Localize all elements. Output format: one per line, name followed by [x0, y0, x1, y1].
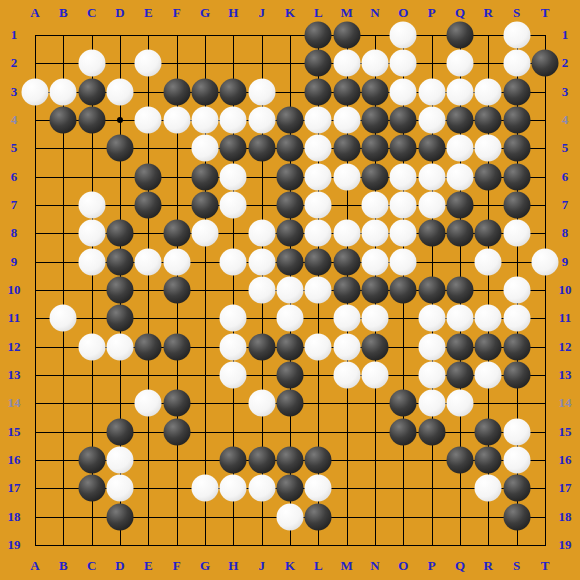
stone-white-P11[interactable]: [418, 305, 445, 332]
stone-black-H3[interactable]: [220, 78, 247, 105]
coord-label-left-14: 14: [8, 395, 21, 411]
stone-black-D11[interactable]: [106, 305, 133, 332]
stone-white-H13[interactable]: [220, 361, 247, 388]
stone-black-R12[interactable]: [475, 333, 502, 360]
coord-label-top-E: E: [144, 5, 153, 21]
stone-white-H17[interactable]: [220, 475, 247, 502]
stone-black-K16[interactable]: [276, 446, 303, 473]
coord-label-top-Q: Q: [455, 5, 465, 21]
stone-black-O10[interactable]: [390, 276, 417, 303]
stone-black-B4[interactable]: [50, 106, 77, 133]
stone-black-P5[interactable]: [418, 135, 445, 162]
stone-black-N10[interactable]: [361, 276, 388, 303]
stone-black-M1[interactable]: [333, 22, 360, 49]
stone-white-R13[interactable]: [475, 361, 502, 388]
stone-black-P15[interactable]: [418, 418, 445, 445]
coord-label-right-8: 8: [562, 225, 569, 241]
stone-black-K7[interactable]: [276, 191, 303, 218]
stone-black-P8[interactable]: [418, 220, 445, 247]
stone-white-P7[interactable]: [418, 191, 445, 218]
stone-black-E7[interactable]: [135, 191, 162, 218]
stone-black-L9[interactable]: [305, 248, 332, 275]
stone-black-M5[interactable]: [333, 135, 360, 162]
stone-white-J17[interactable]: [248, 475, 275, 502]
stone-white-Q6[interactable]: [446, 163, 473, 190]
stone-black-N3[interactable]: [361, 78, 388, 105]
stone-black-S3[interactable]: [503, 78, 530, 105]
stone-white-K18[interactable]: [276, 503, 303, 530]
stone-black-Q1[interactable]: [446, 22, 473, 49]
coord-label-right-17: 17: [559, 480, 572, 496]
stone-white-R5[interactable]: [475, 135, 502, 162]
coord-label-bottom-T: T: [541, 558, 550, 574]
stone-white-N8[interactable]: [361, 220, 388, 247]
coord-label-right-11: 11: [559, 310, 571, 326]
stone-black-F3[interactable]: [163, 78, 190, 105]
stone-black-S12[interactable]: [503, 333, 530, 360]
stone-white-N11[interactable]: [361, 305, 388, 332]
stone-black-C16[interactable]: [78, 446, 105, 473]
stone-white-G5[interactable]: [191, 135, 218, 162]
coord-label-top-L: L: [314, 5, 323, 21]
coord-label-bottom-D: D: [115, 558, 124, 574]
stone-black-L18[interactable]: [305, 503, 332, 530]
stone-white-P14[interactable]: [418, 390, 445, 417]
stone-white-J9[interactable]: [248, 248, 275, 275]
stone-white-J3[interactable]: [248, 78, 275, 105]
stone-white-R3[interactable]: [475, 78, 502, 105]
stone-white-H11[interactable]: [220, 305, 247, 332]
stone-black-D15[interactable]: [106, 418, 133, 445]
coord-label-left-11: 11: [8, 310, 20, 326]
stone-white-L4[interactable]: [305, 106, 332, 133]
stone-white-H9[interactable]: [220, 248, 247, 275]
stone-white-H12[interactable]: [220, 333, 247, 360]
stone-white-C12[interactable]: [78, 333, 105, 360]
stone-white-K10[interactable]: [276, 276, 303, 303]
coord-label-right-16: 16: [559, 452, 572, 468]
stone-black-R8[interactable]: [475, 220, 502, 247]
stone-white-L17[interactable]: [305, 475, 332, 502]
coord-label-right-12: 12: [559, 339, 572, 355]
stone-black-M10[interactable]: [333, 276, 360, 303]
stone-white-H7[interactable]: [220, 191, 247, 218]
coord-label-left-18: 18: [8, 509, 21, 525]
stone-white-S15[interactable]: [503, 418, 530, 445]
stone-white-L8[interactable]: [305, 220, 332, 247]
coord-label-top-R: R: [484, 5, 493, 21]
coord-label-top-H: H: [228, 5, 238, 21]
coord-label-bottom-O: O: [398, 558, 408, 574]
coord-label-bottom-F: F: [173, 558, 181, 574]
stone-black-K4[interactable]: [276, 106, 303, 133]
stone-black-K13[interactable]: [276, 361, 303, 388]
coord-label-right-7: 7: [562, 197, 569, 213]
stone-black-L3[interactable]: [305, 78, 332, 105]
stone-white-O7[interactable]: [390, 191, 417, 218]
coord-label-bottom-L: L: [314, 558, 323, 574]
stone-black-Q4[interactable]: [446, 106, 473, 133]
stone-black-F15[interactable]: [163, 418, 190, 445]
stone-white-Q11[interactable]: [446, 305, 473, 332]
stone-black-Q8[interactable]: [446, 220, 473, 247]
stone-black-P10[interactable]: [418, 276, 445, 303]
coord-label-top-J: J: [258, 5, 265, 21]
stone-black-F8[interactable]: [163, 220, 190, 247]
coord-label-bottom-E: E: [144, 558, 153, 574]
stone-white-E2[interactable]: [135, 50, 162, 77]
stone-white-T9[interactable]: [531, 248, 558, 275]
coord-label-bottom-B: B: [59, 558, 68, 574]
stone-white-O8[interactable]: [390, 220, 417, 247]
stone-white-P12[interactable]: [418, 333, 445, 360]
stone-black-O14[interactable]: [390, 390, 417, 417]
stone-white-E14[interactable]: [135, 390, 162, 417]
coord-label-top-D: D: [115, 5, 124, 21]
stone-black-Q13[interactable]: [446, 361, 473, 388]
stone-white-P6[interactable]: [418, 163, 445, 190]
stone-white-B11[interactable]: [50, 305, 77, 332]
coord-label-right-6: 6: [562, 169, 569, 185]
stone-black-F12[interactable]: [163, 333, 190, 360]
stone-black-Q16[interactable]: [446, 446, 473, 473]
stone-black-G3[interactable]: [191, 78, 218, 105]
stone-white-O6[interactable]: [390, 163, 417, 190]
stone-black-N6[interactable]: [361, 163, 388, 190]
stone-white-O2[interactable]: [390, 50, 417, 77]
stone-black-J5[interactable]: [248, 135, 275, 162]
stone-black-M3[interactable]: [333, 78, 360, 105]
stone-black-S13[interactable]: [503, 361, 530, 388]
coord-label-left-4: 4: [11, 112, 18, 128]
stone-white-O3[interactable]: [390, 78, 417, 105]
stone-black-H16[interactable]: [220, 446, 247, 473]
stone-white-R17[interactable]: [475, 475, 502, 502]
stone-black-S4[interactable]: [503, 106, 530, 133]
coord-label-right-13: 13: [559, 367, 572, 383]
stone-black-K5[interactable]: [276, 135, 303, 162]
grid-line-horizontal: [35, 545, 546, 546]
stone-white-S10[interactable]: [503, 276, 530, 303]
stone-black-R15[interactable]: [475, 418, 502, 445]
coord-label-top-B: B: [59, 5, 68, 21]
stone-black-J16[interactable]: [248, 446, 275, 473]
coord-label-top-S: S: [513, 5, 520, 21]
coord-label-bottom-S: S: [513, 558, 520, 574]
stone-white-R9[interactable]: [475, 248, 502, 275]
stone-white-H6[interactable]: [220, 163, 247, 190]
stone-black-G6[interactable]: [191, 163, 218, 190]
coord-label-right-5: 5: [562, 140, 569, 156]
stone-white-D16[interactable]: [106, 446, 133, 473]
stone-black-S18[interactable]: [503, 503, 530, 530]
coord-label-bottom-G: G: [200, 558, 210, 574]
stone-black-Q10[interactable]: [446, 276, 473, 303]
stone-white-L5[interactable]: [305, 135, 332, 162]
stone-white-Q3[interactable]: [446, 78, 473, 105]
stone-black-K9[interactable]: [276, 248, 303, 275]
coord-label-left-8: 8: [11, 225, 18, 241]
stone-white-C2[interactable]: [78, 50, 105, 77]
stone-black-D10[interactable]: [106, 276, 133, 303]
stone-black-E6[interactable]: [135, 163, 162, 190]
stone-white-L6[interactable]: [305, 163, 332, 190]
coord-label-left-3: 3: [11, 84, 18, 100]
stone-white-M13[interactable]: [333, 361, 360, 388]
coord-label-left-16: 16: [8, 452, 21, 468]
stone-white-G4[interactable]: [191, 106, 218, 133]
stone-white-K11[interactable]: [276, 305, 303, 332]
stone-white-J14[interactable]: [248, 390, 275, 417]
coord-label-left-2: 2: [11, 55, 18, 71]
coord-label-top-N: N: [370, 5, 379, 21]
star-point-D4: [117, 117, 123, 123]
coord-label-right-4: 4: [562, 112, 569, 128]
stone-black-S5[interactable]: [503, 135, 530, 162]
coord-label-bottom-N: N: [370, 558, 379, 574]
stone-black-C4[interactable]: [78, 106, 105, 133]
stone-white-S1[interactable]: [503, 22, 530, 49]
stone-black-L2[interactable]: [305, 50, 332, 77]
coord-label-top-A: A: [30, 5, 39, 21]
stone-white-S8[interactable]: [503, 220, 530, 247]
stone-black-O4[interactable]: [390, 106, 417, 133]
coord-label-right-18: 18: [559, 509, 572, 525]
stone-white-D12[interactable]: [106, 333, 133, 360]
coord-label-left-12: 12: [8, 339, 21, 355]
stone-white-C8[interactable]: [78, 220, 105, 247]
stone-white-D3[interactable]: [106, 78, 133, 105]
stone-black-S17[interactable]: [503, 475, 530, 502]
coord-label-left-13: 13: [8, 367, 21, 383]
stone-black-M9[interactable]: [333, 248, 360, 275]
coord-label-left-15: 15: [8, 424, 21, 440]
stone-white-P13[interactable]: [418, 361, 445, 388]
coord-label-bottom-M: M: [341, 558, 353, 574]
coord-label-left-17: 17: [8, 480, 21, 496]
stone-black-L1[interactable]: [305, 22, 332, 49]
stone-black-C3[interactable]: [78, 78, 105, 105]
stone-white-C9[interactable]: [78, 248, 105, 275]
coord-label-top-G: G: [200, 5, 210, 21]
coord-label-right-1: 1: [562, 27, 569, 43]
stone-white-Q14[interactable]: [446, 390, 473, 417]
stone-white-H4[interactable]: [220, 106, 247, 133]
stone-white-A3[interactable]: [22, 78, 49, 105]
stone-black-T2[interactable]: [531, 50, 558, 77]
stone-black-R16[interactable]: [475, 446, 502, 473]
coord-label-bottom-J: J: [258, 558, 265, 574]
stone-white-J4[interactable]: [248, 106, 275, 133]
stone-black-G7[interactable]: [191, 191, 218, 218]
coord-label-left-9: 9: [11, 254, 18, 270]
coord-label-bottom-Q: Q: [455, 558, 465, 574]
stone-white-Q5[interactable]: [446, 135, 473, 162]
stone-white-N9[interactable]: [361, 248, 388, 275]
coord-label-bottom-R: R: [484, 558, 493, 574]
stone-white-P3[interactable]: [418, 78, 445, 105]
stone-white-S2[interactable]: [503, 50, 530, 77]
stone-black-S6[interactable]: [503, 163, 530, 190]
stone-black-D5[interactable]: [106, 135, 133, 162]
go-board[interactable]: AABBCCDDEEFFGGHHJJKKLLMMNNOOPPQQRRSSTT11…: [0, 0, 580, 580]
stone-black-H5[interactable]: [220, 135, 247, 162]
coord-label-bottom-A: A: [30, 558, 39, 574]
stone-black-R6[interactable]: [475, 163, 502, 190]
stone-black-F14[interactable]: [163, 390, 190, 417]
stone-black-K6[interactable]: [276, 163, 303, 190]
stone-white-F4[interactable]: [163, 106, 190, 133]
coord-label-right-10: 10: [559, 282, 572, 298]
stone-black-C17[interactable]: [78, 475, 105, 502]
stone-black-J12[interactable]: [248, 333, 275, 360]
stone-white-M12[interactable]: [333, 333, 360, 360]
stone-white-G8[interactable]: [191, 220, 218, 247]
coord-label-top-O: O: [398, 5, 408, 21]
stone-white-L12[interactable]: [305, 333, 332, 360]
stone-black-R4[interactable]: [475, 106, 502, 133]
stone-black-N4[interactable]: [361, 106, 388, 133]
stone-black-K17[interactable]: [276, 475, 303, 502]
stone-black-N12[interactable]: [361, 333, 388, 360]
stone-white-M2[interactable]: [333, 50, 360, 77]
stone-white-O1[interactable]: [390, 22, 417, 49]
stone-white-C7[interactable]: [78, 191, 105, 218]
stone-white-L7[interactable]: [305, 191, 332, 218]
coord-label-top-K: K: [285, 5, 295, 21]
stone-white-M11[interactable]: [333, 305, 360, 332]
stone-white-R11[interactable]: [475, 305, 502, 332]
coord-label-right-3: 3: [562, 84, 569, 100]
stone-white-M4[interactable]: [333, 106, 360, 133]
stone-white-Q2[interactable]: [446, 50, 473, 77]
stone-white-J10[interactable]: [248, 276, 275, 303]
stone-black-F10[interactable]: [163, 276, 190, 303]
coord-label-right-14: 14: [559, 395, 572, 411]
stone-white-J8[interactable]: [248, 220, 275, 247]
coord-label-bottom-C: C: [87, 558, 96, 574]
stone-white-G17[interactable]: [191, 475, 218, 502]
coord-label-top-P: P: [428, 5, 436, 21]
stone-black-O15[interactable]: [390, 418, 417, 445]
stone-white-N7[interactable]: [361, 191, 388, 218]
stone-black-D9[interactable]: [106, 248, 133, 275]
stone-white-E4[interactable]: [135, 106, 162, 133]
coord-label-right-2: 2: [562, 55, 569, 71]
stone-white-P4[interactable]: [418, 106, 445, 133]
coord-label-top-T: T: [541, 5, 550, 21]
stone-white-N13[interactable]: [361, 361, 388, 388]
coord-label-top-M: M: [341, 5, 353, 21]
stone-white-O9[interactable]: [390, 248, 417, 275]
stone-black-N5[interactable]: [361, 135, 388, 162]
grid-line-vertical: [545, 35, 546, 546]
coord-label-bottom-P: P: [428, 558, 436, 574]
coord-label-left-10: 10: [8, 282, 21, 298]
coord-label-left-19: 19: [8, 537, 21, 553]
coord-label-right-9: 9: [562, 254, 569, 270]
stone-white-M8[interactable]: [333, 220, 360, 247]
stone-black-K14[interactable]: [276, 390, 303, 417]
stone-white-S16[interactable]: [503, 446, 530, 473]
coord-label-bottom-H: H: [228, 558, 238, 574]
stone-white-N2[interactable]: [361, 50, 388, 77]
stone-black-Q7[interactable]: [446, 191, 473, 218]
stone-black-D8[interactable]: [106, 220, 133, 247]
coord-label-left-7: 7: [11, 197, 18, 213]
coord-label-left-6: 6: [11, 169, 18, 185]
stone-black-Q12[interactable]: [446, 333, 473, 360]
stone-white-D17[interactable]: [106, 475, 133, 502]
stone-black-O5[interactable]: [390, 135, 417, 162]
stone-black-K12[interactable]: [276, 333, 303, 360]
coord-label-top-F: F: [173, 5, 181, 21]
stone-black-E12[interactable]: [135, 333, 162, 360]
stone-white-S11[interactable]: [503, 305, 530, 332]
coord-label-left-5: 5: [11, 140, 18, 156]
stone-white-L10[interactable]: [305, 276, 332, 303]
stone-white-E9[interactable]: [135, 248, 162, 275]
coord-label-bottom-K: K: [285, 558, 295, 574]
coord-label-left-1: 1: [11, 27, 18, 43]
stone-white-M6[interactable]: [333, 163, 360, 190]
coord-label-right-19: 19: [559, 537, 572, 553]
coord-label-top-C: C: [87, 5, 96, 21]
stone-white-F9[interactable]: [163, 248, 190, 275]
stone-black-K8[interactable]: [276, 220, 303, 247]
coord-label-right-15: 15: [559, 424, 572, 440]
stone-black-L16[interactable]: [305, 446, 332, 473]
stone-white-B3[interactable]: [50, 78, 77, 105]
stone-black-S7[interactable]: [503, 191, 530, 218]
stone-black-D18[interactable]: [106, 503, 133, 530]
